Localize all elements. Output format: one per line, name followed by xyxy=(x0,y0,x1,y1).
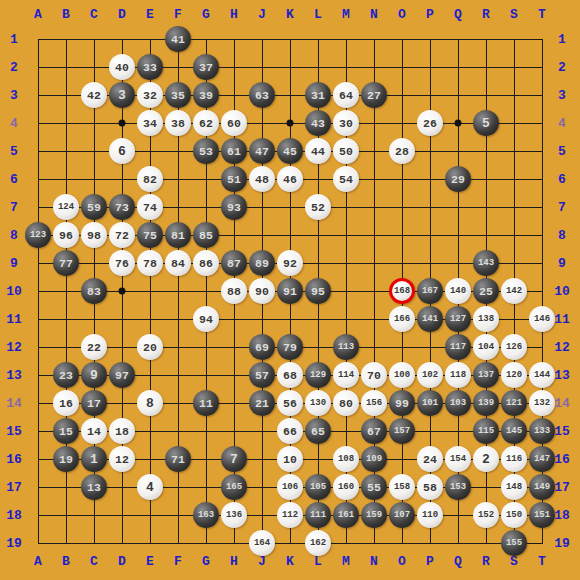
column-label-top-G: G xyxy=(202,8,210,21)
stone-Q12[interactable]: 117 xyxy=(445,334,471,360)
stone-R12[interactable]: 104 xyxy=(473,334,499,360)
stone-E6[interactable]: 82 xyxy=(137,166,163,192)
stone-L5[interactable]: 44 xyxy=(305,138,331,164)
stone-Q6[interactable]: 29 xyxy=(445,166,471,192)
column-label-bottom-B: B xyxy=(62,555,70,568)
stone-Q10[interactable]: 140 xyxy=(445,278,471,304)
stone-D2[interactable]: 40 xyxy=(109,54,135,80)
stone-R14[interactable]: 139 xyxy=(473,390,499,416)
stone-M3[interactable]: 64 xyxy=(333,82,359,108)
row-label-right-6: 6 xyxy=(558,173,566,186)
column-label-bottom-P: P xyxy=(426,555,434,568)
stone-J12[interactable]: 69 xyxy=(249,334,275,360)
stone-C10[interactable]: 83 xyxy=(81,278,107,304)
stone-R16[interactable]: 2 xyxy=(473,446,499,472)
stone-M12[interactable]: 113 xyxy=(333,334,359,360)
stone-T14[interactable]: 132 xyxy=(529,390,555,416)
column-label-top-K: K xyxy=(286,8,294,21)
column-label-bottom-T: T xyxy=(538,555,546,568)
stone-A8[interactable]: 123 xyxy=(25,222,51,248)
column-label-bottom-A: A xyxy=(34,555,42,568)
column-label-top-D: D xyxy=(118,8,126,21)
column-label-bottom-F: F xyxy=(174,555,182,568)
stone-D15[interactable]: 18 xyxy=(109,418,135,444)
stone-T16[interactable]: 147 xyxy=(529,446,555,472)
column-label-bottom-Q: Q xyxy=(454,555,462,568)
stone-S16[interactable]: 116 xyxy=(501,446,527,472)
stone-S15[interactable]: 145 xyxy=(501,418,527,444)
stone-F16[interactable]: 71 xyxy=(165,446,191,472)
stone-J10[interactable]: 90 xyxy=(249,278,275,304)
stone-T18[interactable]: 151 xyxy=(529,502,555,528)
column-label-top-Q: Q xyxy=(454,8,462,21)
stone-T13[interactable]: 144 xyxy=(529,362,555,388)
column-label-top-O: O xyxy=(398,8,406,21)
stone-H9[interactable]: 87 xyxy=(221,250,247,276)
stone-K17[interactable]: 106 xyxy=(277,474,303,500)
row-label-right-10: 10 xyxy=(554,285,570,298)
stone-O14[interactable]: 99 xyxy=(389,390,415,416)
stone-C15[interactable]: 14 xyxy=(81,418,107,444)
stone-E7[interactable]: 74 xyxy=(137,194,163,220)
stone-G4[interactable]: 62 xyxy=(193,110,219,136)
stone-B13[interactable]: 23 xyxy=(53,362,79,388)
stone-P13[interactable]: 102 xyxy=(417,362,443,388)
stone-P10[interactable]: 167 xyxy=(417,278,443,304)
column-label-bottom-N: N xyxy=(370,555,378,568)
stone-H16[interactable]: 7 xyxy=(221,446,247,472)
stone-P11[interactable]: 141 xyxy=(417,306,443,332)
stone-M4[interactable]: 30 xyxy=(333,110,359,136)
stone-J14[interactable]: 21 xyxy=(249,390,275,416)
row-label-right-19: 19 xyxy=(554,537,570,550)
column-label-top-R: R xyxy=(482,8,490,21)
stone-R9[interactable]: 143 xyxy=(473,250,499,276)
row-label-right-13: 13 xyxy=(554,369,570,382)
stone-N3[interactable]: 27 xyxy=(361,82,387,108)
stone-J5[interactable]: 47 xyxy=(249,138,275,164)
stone-K12[interactable]: 79 xyxy=(277,334,303,360)
stone-L15[interactable]: 65 xyxy=(305,418,331,444)
stone-P16[interactable]: 24 xyxy=(417,446,443,472)
column-label-top-B: B xyxy=(62,8,70,21)
row-label-right-5: 5 xyxy=(558,145,566,158)
stone-N17[interactable]: 55 xyxy=(361,474,387,500)
row-label-left-18: 18 xyxy=(6,509,22,522)
row-label-left-12: 12 xyxy=(6,341,22,354)
stone-M14[interactable]: 80 xyxy=(333,390,359,416)
stone-S18[interactable]: 150 xyxy=(501,502,527,528)
stone-S19[interactable]: 155 xyxy=(501,530,527,556)
stone-K16[interactable]: 10 xyxy=(277,446,303,472)
column-label-top-P: P xyxy=(426,8,434,21)
row-label-right-3: 3 xyxy=(558,89,566,102)
stone-B9[interactable]: 77 xyxy=(53,250,79,276)
stone-N16[interactable]: 109 xyxy=(361,446,387,472)
stone-D9[interactable]: 76 xyxy=(109,250,135,276)
stone-D16[interactable]: 12 xyxy=(109,446,135,472)
column-label-bottom-L: L xyxy=(314,555,322,568)
stone-L7[interactable]: 52 xyxy=(305,194,331,220)
row-label-right-15: 15 xyxy=(554,425,570,438)
stone-E3[interactable]: 32 xyxy=(137,82,163,108)
row-label-left-3: 3 xyxy=(10,89,18,102)
stone-G9[interactable]: 86 xyxy=(193,250,219,276)
stone-O10-last-move[interactable]: 168 xyxy=(389,278,415,304)
column-label-top-F: F xyxy=(174,8,182,21)
stone-L19[interactable]: 162 xyxy=(305,530,331,556)
row-label-right-16: 16 xyxy=(554,453,570,466)
row-label-left-6: 6 xyxy=(10,173,18,186)
stone-F1[interactable]: 41 xyxy=(165,26,191,52)
stone-D8[interactable]: 72 xyxy=(109,222,135,248)
stone-H4[interactable]: 60 xyxy=(221,110,247,136)
stone-R11[interactable]: 138 xyxy=(473,306,499,332)
stone-Q16[interactable]: 154 xyxy=(445,446,471,472)
row-label-left-7: 7 xyxy=(10,201,18,214)
stone-J9[interactable]: 89 xyxy=(249,250,275,276)
stone-G14[interactable]: 11 xyxy=(193,390,219,416)
row-label-right-2: 2 xyxy=(558,61,566,74)
stone-O5[interactable]: 28 xyxy=(389,138,415,164)
stone-Q13[interactable]: 118 xyxy=(445,362,471,388)
stone-M17[interactable]: 160 xyxy=(333,474,359,500)
stone-K10[interactable]: 91 xyxy=(277,278,303,304)
stone-P17[interactable]: 58 xyxy=(417,474,443,500)
stone-E17[interactable]: 4 xyxy=(137,474,163,500)
stone-C14[interactable]: 17 xyxy=(81,390,107,416)
stone-E4[interactable]: 34 xyxy=(137,110,163,136)
stone-M13[interactable]: 114 xyxy=(333,362,359,388)
stone-N14[interactable]: 156 xyxy=(361,390,387,416)
stone-O11[interactable]: 166 xyxy=(389,306,415,332)
row-label-right-11: 11 xyxy=(554,313,570,326)
stone-K15[interactable]: 66 xyxy=(277,418,303,444)
stone-K5[interactable]: 45 xyxy=(277,138,303,164)
column-label-bottom-K: K xyxy=(286,555,294,568)
column-label-top-N: N xyxy=(370,8,378,21)
stone-J6[interactable]: 48 xyxy=(249,166,275,192)
column-label-bottom-M: M xyxy=(342,555,350,568)
stone-K13[interactable]: 68 xyxy=(277,362,303,388)
row-label-left-14: 14 xyxy=(6,397,22,410)
row-label-left-19: 19 xyxy=(6,537,22,550)
column-label-top-M: M xyxy=(342,8,350,21)
stone-H18[interactable]: 136 xyxy=(221,502,247,528)
row-label-right-18: 18 xyxy=(554,509,570,522)
stone-C7[interactable]: 59 xyxy=(81,194,107,220)
stone-E14[interactable]: 8 xyxy=(137,390,163,416)
row-label-left-1: 1 xyxy=(10,33,18,46)
column-label-bottom-C: C xyxy=(90,555,98,568)
stone-Q17[interactable]: 153 xyxy=(445,474,471,500)
stone-L17[interactable]: 105 xyxy=(305,474,331,500)
stone-T15[interactable]: 133 xyxy=(529,418,555,444)
stone-M6[interactable]: 54 xyxy=(333,166,359,192)
stone-T17[interactable]: 149 xyxy=(529,474,555,500)
stone-B14[interactable]: 16 xyxy=(53,390,79,416)
stone-C16[interactable]: 1 xyxy=(81,446,107,472)
stone-L10[interactable]: 95 xyxy=(305,278,331,304)
stone-O18[interactable]: 107 xyxy=(389,502,415,528)
column-label-top-L: L xyxy=(314,8,322,21)
column-label-bottom-G: G xyxy=(202,555,210,568)
stone-H5[interactable]: 61 xyxy=(221,138,247,164)
column-label-bottom-D: D xyxy=(118,555,126,568)
column-label-bottom-S: S xyxy=(510,555,518,568)
stone-Q14[interactable]: 103 xyxy=(445,390,471,416)
grid-line-horizontal xyxy=(38,543,543,544)
stone-C13[interactable]: 9 xyxy=(81,362,107,388)
row-label-right-9: 9 xyxy=(558,257,566,270)
column-label-top-T: T xyxy=(538,8,546,21)
stone-G5[interactable]: 53 xyxy=(193,138,219,164)
column-label-top-E: E xyxy=(146,8,154,21)
stone-G2[interactable]: 37 xyxy=(193,54,219,80)
stone-O15[interactable]: 157 xyxy=(389,418,415,444)
stone-F3[interactable]: 35 xyxy=(165,82,191,108)
stone-M18[interactable]: 161 xyxy=(333,502,359,528)
row-label-right-7: 7 xyxy=(558,201,566,214)
column-label-top-J: J xyxy=(258,8,266,21)
column-label-bottom-R: R xyxy=(482,555,490,568)
stone-E12[interactable]: 20 xyxy=(137,334,163,360)
stone-P14[interactable]: 101 xyxy=(417,390,443,416)
row-label-right-17: 17 xyxy=(554,481,570,494)
column-label-bottom-O: O xyxy=(398,555,406,568)
stone-B7[interactable]: 124 xyxy=(53,194,79,220)
column-label-top-S: S xyxy=(510,8,518,21)
row-label-right-12: 12 xyxy=(554,341,570,354)
stone-R10[interactable]: 25 xyxy=(473,278,499,304)
stone-D7[interactable]: 73 xyxy=(109,194,135,220)
star-point-Q4 xyxy=(455,120,462,127)
stone-L14[interactable]: 130 xyxy=(305,390,331,416)
column-label-bottom-H: H xyxy=(230,555,238,568)
stone-L3[interactable]: 31 xyxy=(305,82,331,108)
stone-K9[interactable]: 92 xyxy=(277,250,303,276)
stone-C8[interactable]: 98 xyxy=(81,222,107,248)
stone-H17[interactable]: 165 xyxy=(221,474,247,500)
stone-B16[interactable]: 19 xyxy=(53,446,79,472)
stone-F8[interactable]: 81 xyxy=(165,222,191,248)
stone-S14[interactable]: 121 xyxy=(501,390,527,416)
stone-S10[interactable]: 142 xyxy=(501,278,527,304)
row-label-left-15: 15 xyxy=(6,425,22,438)
stone-H10[interactable]: 88 xyxy=(221,278,247,304)
row-label-left-10: 10 xyxy=(6,285,22,298)
star-point-K4 xyxy=(287,120,294,127)
stone-G3[interactable]: 39 xyxy=(193,82,219,108)
stone-J13[interactable]: 57 xyxy=(249,362,275,388)
stone-K6[interactable]: 46 xyxy=(277,166,303,192)
stone-O17[interactable]: 158 xyxy=(389,474,415,500)
stone-S13[interactable]: 120 xyxy=(501,362,527,388)
column-label-top-A: A xyxy=(34,8,42,21)
stone-D5[interactable]: 6 xyxy=(109,138,135,164)
row-label-right-8: 8 xyxy=(558,229,566,242)
stone-L13[interactable]: 129 xyxy=(305,362,331,388)
stone-S17[interactable]: 148 xyxy=(501,474,527,500)
stone-J19[interactable]: 164 xyxy=(249,530,275,556)
stone-T11[interactable]: 146 xyxy=(529,306,555,332)
stone-N15[interactable]: 67 xyxy=(361,418,387,444)
column-label-top-C: C xyxy=(90,8,98,21)
stone-G11[interactable]: 94 xyxy=(193,306,219,332)
row-label-left-4: 4 xyxy=(10,117,18,130)
row-label-left-2: 2 xyxy=(10,61,18,74)
stone-G18[interactable]: 163 xyxy=(193,502,219,528)
column-label-bottom-E: E xyxy=(146,555,154,568)
row-label-left-9: 9 xyxy=(10,257,18,270)
stone-M5[interactable]: 50 xyxy=(333,138,359,164)
stone-C3[interactable]: 42 xyxy=(81,82,107,108)
stone-D13[interactable]: 97 xyxy=(109,362,135,388)
stone-B8[interactable]: 96 xyxy=(53,222,79,248)
stone-K18[interactable]: 112 xyxy=(277,502,303,528)
stone-M16[interactable]: 108 xyxy=(333,446,359,472)
row-label-left-11: 11 xyxy=(6,313,22,326)
stone-F4[interactable]: 38 xyxy=(165,110,191,136)
stone-S12[interactable]: 126 xyxy=(501,334,527,360)
stone-O13[interactable]: 100 xyxy=(389,362,415,388)
stone-N18[interactable]: 159 xyxy=(361,502,387,528)
stone-Q11[interactable]: 127 xyxy=(445,306,471,332)
row-label-right-14: 14 xyxy=(554,397,570,410)
stone-G8[interactable]: 85 xyxy=(193,222,219,248)
stone-R13[interactable]: 137 xyxy=(473,362,499,388)
stone-C12[interactable]: 22 xyxy=(81,334,107,360)
stone-C17[interactable]: 13 xyxy=(81,474,107,500)
column-label-top-H: H xyxy=(230,8,238,21)
stone-P18[interactable]: 110 xyxy=(417,502,443,528)
stone-D3[interactable]: 3 xyxy=(109,82,135,108)
stone-L4[interactable]: 43 xyxy=(305,110,331,136)
go-board[interactable]: AABBCCDDEEFFGGHHJJKKLLMMNNOOPPQQRRSSTT11… xyxy=(0,0,580,580)
stone-R15[interactable]: 115 xyxy=(473,418,499,444)
stone-J3[interactable]: 63 xyxy=(249,82,275,108)
stone-H7[interactable]: 93 xyxy=(221,194,247,220)
star-point-D4 xyxy=(119,120,126,127)
row-label-right-1: 1 xyxy=(558,33,566,46)
stone-E9[interactable]: 78 xyxy=(137,250,163,276)
stone-E2[interactable]: 33 xyxy=(137,54,163,80)
stone-N13[interactable]: 70 xyxy=(361,362,387,388)
stone-P4[interactable]: 26 xyxy=(417,110,443,136)
stone-R18[interactable]: 152 xyxy=(473,502,499,528)
stone-R4[interactable]: 5 xyxy=(473,110,499,136)
stone-F9[interactable]: 84 xyxy=(165,250,191,276)
row-label-right-4: 4 xyxy=(558,117,566,130)
row-label-left-16: 16 xyxy=(6,453,22,466)
stone-E8[interactable]: 75 xyxy=(137,222,163,248)
star-point-D10 xyxy=(119,288,126,295)
stone-B15[interactable]: 15 xyxy=(53,418,79,444)
stone-L18[interactable]: 111 xyxy=(305,502,331,528)
column-label-bottom-J: J xyxy=(258,555,266,568)
row-label-left-5: 5 xyxy=(10,145,18,158)
row-label-left-8: 8 xyxy=(10,229,18,242)
stone-H6[interactable]: 51 xyxy=(221,166,247,192)
row-label-left-17: 17 xyxy=(6,481,22,494)
stone-K14[interactable]: 56 xyxy=(277,390,303,416)
row-label-left-13: 13 xyxy=(6,369,22,382)
